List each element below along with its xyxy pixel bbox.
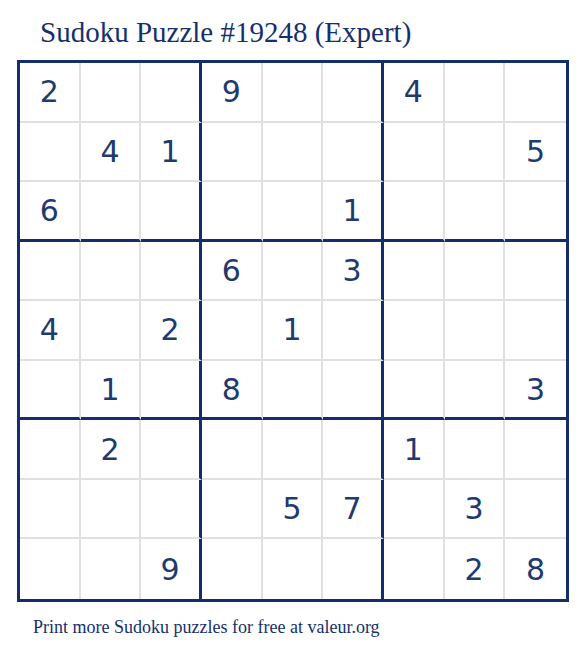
sudoku-cell-r2c5[interactable]	[263, 123, 324, 183]
sudoku-cell-r3c7[interactable]	[384, 182, 445, 242]
sudoku-cell-r2c6[interactable]	[323, 123, 384, 183]
sudoku-cell-r1c3[interactable]	[141, 63, 202, 123]
sudoku-cell-r8c4[interactable]	[202, 480, 263, 540]
sudoku-cell-r4c9[interactable]	[505, 242, 566, 302]
sudoku-cell-r4c5[interactable]	[263, 242, 324, 302]
sudoku-cell-r8c6[interactable]: 7	[323, 480, 384, 540]
sudoku-cell-r3c9[interactable]	[505, 182, 566, 242]
sudoku-cell-r6c6[interactable]	[323, 361, 384, 421]
sudoku-cell-r7c6[interactable]	[323, 420, 384, 480]
sudoku-cell-r6c1[interactable]	[20, 361, 81, 421]
sudoku-cell-r8c3[interactable]	[141, 480, 202, 540]
footer-note: Print more Sudoku puzzles for free at va…	[33, 617, 380, 638]
sudoku-cell-r9c8[interactable]: 2	[445, 539, 506, 599]
sudoku-cell-r9c3[interactable]: 9	[141, 539, 202, 599]
sudoku-cell-r2c7[interactable]	[384, 123, 445, 183]
sudoku-cell-r7c2[interactable]: 2	[81, 420, 142, 480]
sudoku-cell-r6c3[interactable]	[141, 361, 202, 421]
sudoku-cell-r6c4[interactable]: 8	[202, 361, 263, 421]
sudoku-cell-r3c2[interactable]	[81, 182, 142, 242]
sudoku-cell-r4c2[interactable]	[81, 242, 142, 302]
sudoku-cell-r5c3[interactable]: 2	[141, 301, 202, 361]
sudoku-cell-r3c4[interactable]	[202, 182, 263, 242]
sudoku-cell-r1c4[interactable]: 9	[202, 63, 263, 123]
sudoku-cell-r1c7[interactable]: 4	[384, 63, 445, 123]
sudoku-cell-r9c9[interactable]: 8	[505, 539, 566, 599]
sudoku-cell-r9c5[interactable]	[263, 539, 324, 599]
sudoku-cell-r7c3[interactable]	[141, 420, 202, 480]
sudoku-cell-r3c6[interactable]: 1	[323, 182, 384, 242]
sudoku-cell-r5c6[interactable]	[323, 301, 384, 361]
sudoku-cell-r3c5[interactable]	[263, 182, 324, 242]
sudoku-cell-r3c1[interactable]: 6	[20, 182, 81, 242]
sudoku-cell-r3c3[interactable]	[141, 182, 202, 242]
sudoku-cell-r1c5[interactable]	[263, 63, 324, 123]
sudoku-cell-r1c6[interactable]	[323, 63, 384, 123]
sudoku-cell-r4c3[interactable]	[141, 242, 202, 302]
sudoku-cell-r2c1[interactable]	[20, 123, 81, 183]
sudoku-cell-r9c1[interactable]	[20, 539, 81, 599]
sudoku-cell-r6c9[interactable]: 3	[505, 361, 566, 421]
sudoku-cell-r7c1[interactable]	[20, 420, 81, 480]
sudoku-cell-r8c1[interactable]	[20, 480, 81, 540]
sudoku-cell-r6c8[interactable]	[445, 361, 506, 421]
sudoku-cell-r4c7[interactable]	[384, 242, 445, 302]
sudoku-cell-r2c2[interactable]: 4	[81, 123, 142, 183]
sudoku-board: 294415616342118321573928	[17, 60, 569, 602]
sudoku-cell-r5c4[interactable]	[202, 301, 263, 361]
sudoku-cell-r8c2[interactable]	[81, 480, 142, 540]
sudoku-cell-r5c7[interactable]	[384, 301, 445, 361]
sudoku-cell-r6c7[interactable]	[384, 361, 445, 421]
sudoku-cell-r1c8[interactable]	[445, 63, 506, 123]
sudoku-cell-r9c4[interactable]	[202, 539, 263, 599]
sudoku-cell-r5c1[interactable]: 4	[20, 301, 81, 361]
sudoku-cell-r4c6[interactable]: 3	[323, 242, 384, 302]
sudoku-cell-r3c8[interactable]	[445, 182, 506, 242]
sudoku-cell-r4c1[interactable]	[20, 242, 81, 302]
sudoku-cell-r9c7[interactable]	[384, 539, 445, 599]
sudoku-cell-r8c5[interactable]: 5	[263, 480, 324, 540]
sudoku-cell-r1c1[interactable]: 2	[20, 63, 81, 123]
sudoku-cell-r8c7[interactable]	[384, 480, 445, 540]
sudoku-cell-r5c9[interactable]	[505, 301, 566, 361]
sudoku-cell-r5c5[interactable]: 1	[263, 301, 324, 361]
page-title: Sudoku Puzzle #19248 (Expert)	[40, 16, 411, 49]
sudoku-cell-r5c2[interactable]	[81, 301, 142, 361]
sudoku-cell-r2c3[interactable]: 1	[141, 123, 202, 183]
sudoku-cell-r4c8[interactable]	[445, 242, 506, 302]
sudoku-cell-r4c4[interactable]: 6	[202, 242, 263, 302]
sudoku-cell-r7c8[interactable]	[445, 420, 506, 480]
sudoku-cell-r5c8[interactable]	[445, 301, 506, 361]
sudoku-cell-r9c6[interactable]	[323, 539, 384, 599]
sudoku-page: Sudoku Puzzle #19248 (Expert) 2944156163…	[0, 0, 580, 651]
sudoku-cell-r1c9[interactable]	[505, 63, 566, 123]
sudoku-cell-r7c4[interactable]	[202, 420, 263, 480]
sudoku-cell-r2c9[interactable]: 5	[505, 123, 566, 183]
sudoku-cell-r7c5[interactable]	[263, 420, 324, 480]
sudoku-cell-r7c9[interactable]	[505, 420, 566, 480]
sudoku-cell-r6c5[interactable]	[263, 361, 324, 421]
sudoku-cell-r2c8[interactable]	[445, 123, 506, 183]
sudoku-cell-r8c8[interactable]: 3	[445, 480, 506, 540]
sudoku-cell-r1c2[interactable]	[81, 63, 142, 123]
sudoku-cell-r2c4[interactable]	[202, 123, 263, 183]
sudoku-cell-r9c2[interactable]	[81, 539, 142, 599]
sudoku-cell-r6c2[interactable]: 1	[81, 361, 142, 421]
sudoku-cell-r8c9[interactable]	[505, 480, 566, 540]
sudoku-cell-r7c7[interactable]: 1	[384, 420, 445, 480]
